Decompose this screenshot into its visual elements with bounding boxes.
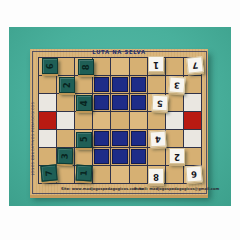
cell-r7c8-land — [166, 166, 183, 183]
piece-rank-label: 8 — [81, 64, 90, 70]
cell-r6c7-land — [148, 148, 165, 165]
piece-white-3[interactable]: 3 — [168, 77, 185, 94]
cell-r5c4-water — [93, 130, 110, 147]
cell-r4c4-land — [93, 112, 110, 129]
piece-rank-label: 6 — [46, 63, 55, 69]
piece-rank-label: 7 — [191, 61, 198, 70]
cell-r4c1-den — [39, 112, 56, 129]
cell-r7c2-land — [57, 166, 74, 183]
cell-r1c6-land — [130, 58, 147, 75]
piece-rank-label: 4 — [155, 134, 161, 143]
cell-r3c1-trap — [39, 94, 56, 111]
cell-r7c4-land — [93, 166, 110, 183]
cell-r2c6-water — [130, 76, 147, 93]
cell-r4c5-land — [111, 112, 128, 129]
cell-r6c9-land — [184, 148, 201, 165]
cell-r3c5-water — [111, 94, 128, 111]
cell-r2c5-water — [111, 76, 128, 93]
photo-background: LUTA NA SELVA JOGOS EDUCATIVOS PEDAGOGIC… — [0, 0, 240, 240]
cell-r2c3-land — [75, 76, 92, 93]
cell-r6c4-water — [93, 148, 110, 165]
cell-r2c4-water — [93, 76, 110, 93]
footer-site-text: Site: www.madjogospedagogicos.com.br — [61, 186, 144, 190]
piece-green-1[interactable]: 1 — [75, 165, 92, 182]
cell-r2c7-land — [148, 76, 165, 93]
piece-rank-label: 2 — [174, 152, 180, 161]
cell-r1c2-land — [57, 58, 74, 75]
piece-green-7[interactable]: 7 — [40, 164, 57, 181]
cell-r5c1-trap — [39, 130, 56, 147]
cell-r6c6-water — [130, 148, 147, 165]
game-board: LUTA NA SELVA JOGOS EDUCATIVOS PEDAGOGIC… — [30, 49, 208, 195]
piece-rank-label: 1 — [153, 60, 159, 69]
cell-r2c1-land — [39, 76, 56, 93]
cell-r5c6-water — [130, 130, 147, 147]
piece-white-5[interactable]: 5 — [152, 95, 169, 112]
cell-r4c9-den — [184, 112, 201, 129]
piece-rank-label: 6 — [191, 169, 198, 178]
piece-rank-label: 1 — [79, 170, 88, 176]
cell-r3c2-land — [57, 94, 74, 111]
cell-r4c8-trap — [166, 112, 183, 129]
cell-r3c9-trap — [184, 94, 201, 111]
piece-rank-label: 5 — [79, 137, 88, 143]
piece-white-7[interactable]: 7 — [186, 56, 204, 74]
cell-r5c9-trap — [184, 130, 201, 147]
piece-white-2[interactable]: 2 — [169, 148, 185, 164]
cell-r5c2-land — [57, 130, 74, 147]
cell-r3c4-water — [93, 94, 110, 111]
cell-r3c6-water — [130, 94, 147, 111]
cell-r6c3-land — [75, 148, 92, 165]
piece-rank-label: 2 — [63, 82, 72, 88]
cell-r4c2-trap — [57, 112, 74, 129]
cell-r1c4-land — [93, 58, 110, 75]
board-title: LUTA NA SELVA — [60, 49, 177, 55]
piece-green-5[interactable]: 5 — [76, 132, 92, 148]
piece-rank-label: 4 — [79, 100, 88, 106]
piece-white-8[interactable]: 8 — [148, 168, 164, 184]
piece-rank-label: 3 — [173, 81, 180, 90]
cell-r4c3-land — [75, 112, 92, 129]
piece-green-8[interactable]: 8 — [78, 59, 94, 75]
piece-white-1[interactable]: 1 — [148, 56, 164, 72]
piece-white-4[interactable]: 4 — [150, 130, 167, 147]
cell-r7c6-land — [130, 166, 147, 183]
piece-rank-label: 8 — [153, 172, 159, 181]
cell-r6c5-water — [111, 148, 128, 165]
cell-r1c5-land — [111, 58, 128, 75]
cell-r7c5-land — [111, 166, 128, 183]
board-side-label: JOGOS EDUCATIVOS PEDAGOGICOS — [31, 91, 37, 175]
cell-r1c8-land — [166, 58, 183, 75]
cell-r2c9-land — [184, 76, 201, 93]
piece-rank-label: 7 — [45, 170, 54, 177]
piece-rank-label: 5 — [157, 99, 163, 108]
cell-r5c8-land — [166, 130, 183, 147]
piece-rank-label: 3 — [61, 153, 70, 159]
piece-white-6[interactable]: 6 — [185, 165, 202, 182]
cell-r4c7-land — [148, 112, 165, 129]
piece-green-2[interactable]: 2 — [59, 77, 75, 93]
cell-r4c6-land — [130, 112, 147, 129]
piece-green-6[interactable]: 6 — [42, 58, 58, 74]
cell-r5c5-water — [111, 130, 128, 147]
footer-email-text: E-mail: madjogospedagogicos@gmail.com — [134, 186, 219, 190]
cell-r6c1-land — [39, 148, 56, 165]
piece-green-4[interactable]: 4 — [76, 95, 92, 111]
piece-green-3[interactable]: 3 — [57, 148, 74, 165]
